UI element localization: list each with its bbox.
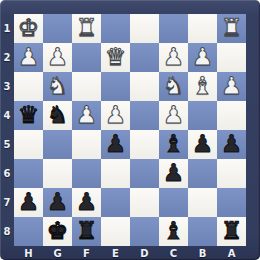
- square-a4[interactable]: [217, 101, 246, 130]
- square-d1[interactable]: [130, 14, 159, 43]
- white-pawn-icon[interactable]: ♟: [163, 101, 185, 130]
- square-b5[interactable]: ♟: [188, 130, 217, 159]
- white-pawn-icon[interactable]: ♟: [18, 43, 40, 72]
- black-pawn-icon[interactable]: ♟: [105, 130, 127, 159]
- square-d2[interactable]: [130, 43, 159, 72]
- square-h4[interactable]: ♛: [14, 101, 43, 130]
- file-label-e: E: [101, 246, 130, 260]
- white-rook-icon[interactable]: ♜: [221, 14, 243, 43]
- square-d5[interactable]: [130, 130, 159, 159]
- square-f1[interactable]: ♜: [72, 14, 101, 43]
- black-pawn-icon[interactable]: ♟: [18, 188, 40, 217]
- square-b4[interactable]: [188, 101, 217, 130]
- square-e2[interactable]: ♛: [101, 43, 130, 72]
- square-h3[interactable]: [14, 72, 43, 101]
- black-pawn-icon[interactable]: ♟: [192, 130, 214, 159]
- white-king-icon[interactable]: ♚: [18, 14, 40, 43]
- square-b6[interactable]: [188, 159, 217, 188]
- square-c4[interactable]: ♟: [159, 101, 188, 130]
- black-rook-icon[interactable]: ♜: [76, 217, 98, 246]
- square-e6[interactable]: [101, 159, 130, 188]
- black-bishop-icon[interactable]: ♝: [163, 217, 185, 246]
- square-e3[interactable]: [101, 72, 130, 101]
- square-f5[interactable]: [72, 130, 101, 159]
- rank-label-8: 8: [0, 217, 14, 246]
- file-label-c: C: [159, 246, 188, 260]
- white-queen-icon[interactable]: ♛: [105, 43, 127, 72]
- black-queen-icon[interactable]: ♛: [18, 101, 40, 130]
- square-h1[interactable]: ♚: [14, 14, 43, 43]
- square-f6[interactable]: [72, 159, 101, 188]
- square-h6[interactable]: [14, 159, 43, 188]
- square-g3[interactable]: ♞: [43, 72, 72, 101]
- rank-label-3: 3: [0, 72, 14, 101]
- square-a6[interactable]: [217, 159, 246, 188]
- square-h5[interactable]: [14, 130, 43, 159]
- square-e1[interactable]: [101, 14, 130, 43]
- white-knight-icon[interactable]: ♞: [163, 72, 185, 101]
- square-d7[interactable]: [130, 188, 159, 217]
- square-g6[interactable]: [43, 159, 72, 188]
- square-f8[interactable]: ♜: [72, 217, 101, 246]
- rank-label-6: 6: [0, 159, 14, 188]
- white-pawn-icon[interactable]: ♟: [163, 43, 185, 72]
- square-d8[interactable]: [130, 217, 159, 246]
- square-a8[interactable]: ♜: [217, 217, 246, 246]
- square-f4[interactable]: ♟: [72, 101, 101, 130]
- square-f3[interactable]: [72, 72, 101, 101]
- black-pawn-icon[interactable]: ♟: [221, 130, 243, 159]
- square-a2[interactable]: [217, 43, 246, 72]
- square-h8[interactable]: [14, 217, 43, 246]
- chess-board[interactable]: ♚♜♜♟♟♛♟♟♞♞♝♟♛♞♟♟♟♟♝♟♟♟♟♟♟♚♜♝♜: [14, 14, 246, 246]
- square-e7[interactable]: [101, 188, 130, 217]
- black-knight-icon[interactable]: ♞: [47, 101, 69, 130]
- square-g4[interactable]: ♞: [43, 101, 72, 130]
- rank-label-5: 5: [0, 130, 14, 159]
- square-b8[interactable]: [188, 217, 217, 246]
- square-g2[interactable]: ♟: [43, 43, 72, 72]
- square-g1[interactable]: [43, 14, 72, 43]
- square-h7[interactable]: ♟: [14, 188, 43, 217]
- rank-label-1: 1: [0, 14, 14, 43]
- square-c7[interactable]: [159, 188, 188, 217]
- white-pawn-icon[interactable]: ♟: [76, 101, 98, 130]
- square-g8[interactable]: ♚: [43, 217, 72, 246]
- file-label-d: D: [130, 246, 159, 260]
- square-e5[interactable]: ♟: [101, 130, 130, 159]
- black-king-icon[interactable]: ♚: [47, 217, 69, 246]
- square-c2[interactable]: ♟: [159, 43, 188, 72]
- square-c5[interactable]: ♝: [159, 130, 188, 159]
- black-pawn-icon[interactable]: ♟: [163, 159, 185, 188]
- white-rook-icon[interactable]: ♜: [76, 14, 98, 43]
- rank-label-2: 2: [0, 43, 14, 72]
- square-c6[interactable]: ♟: [159, 159, 188, 188]
- square-d6[interactable]: [130, 159, 159, 188]
- file-label-f: F: [72, 246, 101, 260]
- square-e8[interactable]: [101, 217, 130, 246]
- square-b3[interactable]: ♝: [188, 72, 217, 101]
- file-label-b: B: [188, 246, 217, 260]
- white-pawn-icon[interactable]: ♟: [221, 72, 243, 101]
- file-label-h: H: [14, 246, 43, 260]
- square-b7[interactable]: [188, 188, 217, 217]
- rank-labels: 12345678: [0, 14, 14, 246]
- white-knight-icon[interactable]: ♞: [47, 72, 69, 101]
- square-g7[interactable]: ♟: [43, 188, 72, 217]
- file-label-g: G: [43, 246, 72, 260]
- rank-label-7: 7: [0, 188, 14, 217]
- board-frame: 12345678 HGFEDCBA ♚♜♜♟♟♛♟♟♞♞♝♟♛♞♟♟♟♟♝♟♟♟…: [0, 0, 260, 260]
- file-label-a: A: [217, 246, 246, 260]
- square-c3[interactable]: ♞: [159, 72, 188, 101]
- square-f7[interactable]: ♟: [72, 188, 101, 217]
- black-pawn-icon[interactable]: ♟: [47, 188, 69, 217]
- square-a7[interactable]: [217, 188, 246, 217]
- square-f2[interactable]: [72, 43, 101, 72]
- square-d3[interactable]: [130, 72, 159, 101]
- black-bishop-icon[interactable]: ♝: [163, 130, 185, 159]
- square-a3[interactable]: ♟: [217, 72, 246, 101]
- white-pawn-icon[interactable]: ♟: [105, 101, 127, 130]
- file-labels: HGFEDCBA: [14, 246, 246, 260]
- square-d4[interactable]: [130, 101, 159, 130]
- square-b1[interactable]: [188, 14, 217, 43]
- square-a1[interactable]: ♜: [217, 14, 246, 43]
- square-c8[interactable]: ♝: [159, 217, 188, 246]
- square-b2[interactable]: ♟: [188, 43, 217, 72]
- square-g5[interactable]: [43, 130, 72, 159]
- black-rook-icon[interactable]: ♜: [221, 217, 243, 246]
- square-e4[interactable]: ♟: [101, 101, 130, 130]
- square-a5[interactable]: ♟: [217, 130, 246, 159]
- square-c1[interactable]: [159, 14, 188, 43]
- white-bishop-icon[interactable]: ♝: [192, 72, 214, 101]
- white-pawn-icon[interactable]: ♟: [192, 43, 214, 72]
- square-h2[interactable]: ♟: [14, 43, 43, 72]
- rank-label-4: 4: [0, 101, 14, 130]
- black-pawn-icon[interactable]: ♟: [76, 188, 98, 217]
- white-pawn-icon[interactable]: ♟: [47, 43, 69, 72]
